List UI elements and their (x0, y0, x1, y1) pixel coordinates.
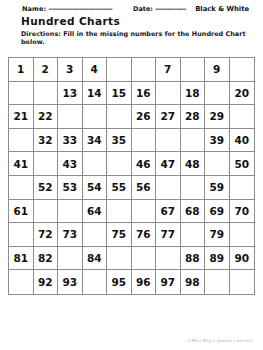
name-label: Name: (22, 5, 46, 13)
grid-cell: 97 (156, 270, 181, 294)
grid-cell-blank[interactable] (9, 270, 34, 294)
grid-cell-blank[interactable] (107, 152, 132, 176)
grid-cell: 7 (156, 58, 181, 82)
grid-cell-blank[interactable] (181, 129, 206, 153)
grid-cell: 59 (205, 176, 230, 200)
name-field: Name: ----------------------------- (22, 5, 112, 13)
grid-cell-blank[interactable] (132, 58, 157, 82)
grid-cell-blank[interactable] (181, 223, 206, 247)
grid-cell: 27 (156, 105, 181, 129)
credit-text: ©Miss Mag's Special Learners (187, 338, 253, 343)
grid-cell: 69 (205, 200, 230, 224)
grid-cell: 54 (83, 176, 108, 200)
grid-cell-blank[interactable] (156, 176, 181, 200)
grid-cell: 61 (9, 200, 34, 224)
grid-cell: 70 (230, 200, 255, 224)
name-blank-line[interactable]: ----------------------------- (48, 5, 112, 13)
grid-cell: 79 (205, 223, 230, 247)
grid-cell-blank[interactable] (34, 200, 59, 224)
grid-cell: 89 (205, 247, 230, 271)
grid-cell: 95 (107, 270, 132, 294)
grid-cell: 35 (107, 129, 132, 153)
grid-cell-blank[interactable] (34, 152, 59, 176)
grid-cell: 15 (107, 82, 132, 106)
grid-cell: 77 (156, 223, 181, 247)
grid-cell: 84 (83, 247, 108, 271)
date-label: Date: (133, 5, 153, 13)
grid-cell-blank[interactable] (156, 82, 181, 106)
grid-cell-blank[interactable] (132, 200, 157, 224)
grid-cell-blank[interactable] (107, 58, 132, 82)
grid-cell: 13 (58, 82, 83, 106)
grid-cell: 96 (132, 270, 157, 294)
page-title: Hundred Charts (21, 15, 120, 27)
grid-cell-blank[interactable] (58, 105, 83, 129)
grid-cell: 41 (9, 152, 34, 176)
grid-cell: 48 (181, 152, 206, 176)
grid-cell-blank[interactable] (205, 152, 230, 176)
grid-cell-blank[interactable] (181, 176, 206, 200)
grid-cell: 22 (34, 105, 59, 129)
grid-cell: 75 (107, 223, 132, 247)
grid-cell: 39 (205, 129, 230, 153)
grid-cell: 68 (181, 200, 206, 224)
grid-cell: 3 (58, 58, 83, 82)
grid-cell: 29 (205, 105, 230, 129)
grid-cell: 73 (58, 223, 83, 247)
grid-cell: 88 (181, 247, 206, 271)
grid-cell-blank[interactable] (83, 105, 108, 129)
grid-cell: 47 (156, 152, 181, 176)
grid-cell-blank[interactable] (107, 247, 132, 271)
grid-cell-blank[interactable] (9, 176, 34, 200)
grid-cell-blank[interactable] (205, 270, 230, 294)
hundred-chart-grid: 1234791314151618202122262728293233343539… (8, 57, 255, 295)
grid-cell: 56 (132, 176, 157, 200)
grid-cell: 72 (34, 223, 59, 247)
grid-cell: 55 (107, 176, 132, 200)
grid-cell-blank[interactable] (34, 82, 59, 106)
grid-cell: 93 (58, 270, 83, 294)
grid-cell: 26 (132, 105, 157, 129)
variant-label: Black & White (195, 5, 249, 13)
grid-cell: 40 (230, 129, 255, 153)
grid-cell-blank[interactable] (58, 200, 83, 224)
grid-cell: 98 (181, 270, 206, 294)
grid-cell: 76 (132, 223, 157, 247)
grid-cell: 92 (34, 270, 59, 294)
grid-cell: 32 (34, 129, 59, 153)
grid-cell: 16 (132, 82, 157, 106)
grid-cell-blank[interactable] (83, 270, 108, 294)
grid-cell-blank[interactable] (58, 247, 83, 271)
grid-cell: 4 (83, 58, 108, 82)
grid-cell: 28 (181, 105, 206, 129)
grid-cell: 20 (230, 82, 255, 106)
grid-cell-blank[interactable] (9, 82, 34, 106)
grid-cell: 43 (58, 152, 83, 176)
grid-cell: 21 (9, 105, 34, 129)
grid-cell-blank[interactable] (9, 129, 34, 153)
grid-cell: 33 (58, 129, 83, 153)
grid-cell-blank[interactable] (83, 152, 108, 176)
grid-cell: 64 (83, 200, 108, 224)
grid-cell: 14 (83, 82, 108, 106)
grid-cell: 53 (58, 176, 83, 200)
grid-cell-blank[interactable] (107, 105, 132, 129)
grid-cell: 81 (9, 247, 34, 271)
grid-cell-blank[interactable] (9, 223, 34, 247)
grid-cell-blank[interactable] (181, 58, 206, 82)
grid-cell: 52 (34, 176, 59, 200)
grid-cell-blank[interactable] (230, 176, 255, 200)
grid-cell: 90 (230, 247, 255, 271)
grid-cell-blank[interactable] (205, 82, 230, 106)
grid-cell: 9 (205, 58, 230, 82)
directions-text: Directions: Fill in the missing numbers … (21, 30, 263, 46)
date-field: Date: -------------- (133, 5, 186, 13)
grid-cell-blank[interactable] (132, 129, 157, 153)
date-blank-line[interactable]: -------------- (155, 5, 186, 13)
grid-cell: 34 (83, 129, 108, 153)
grid-cell-blank[interactable] (156, 129, 181, 153)
worksheet-page: Name: ----------------------------- Date… (0, 0, 263, 350)
grid-cell: 82 (34, 247, 59, 271)
grid-cell-blank[interactable] (107, 200, 132, 224)
grid-cell: 1 (9, 58, 34, 82)
grid-cell: 50 (230, 152, 255, 176)
grid-cell: 46 (132, 152, 157, 176)
grid-cell: 2 (34, 58, 59, 82)
grid-cell-blank[interactable] (132, 247, 157, 271)
grid-cell-blank[interactable] (230, 223, 255, 247)
grid-cell-blank[interactable] (230, 58, 255, 82)
grid-cell: 18 (181, 82, 206, 106)
grid-cell-blank[interactable] (230, 105, 255, 129)
grid-cell-blank[interactable] (230, 270, 255, 294)
grid-cell: 67 (156, 200, 181, 224)
grid-cell-blank[interactable] (83, 223, 108, 247)
grid-cell-blank[interactable] (156, 247, 181, 271)
